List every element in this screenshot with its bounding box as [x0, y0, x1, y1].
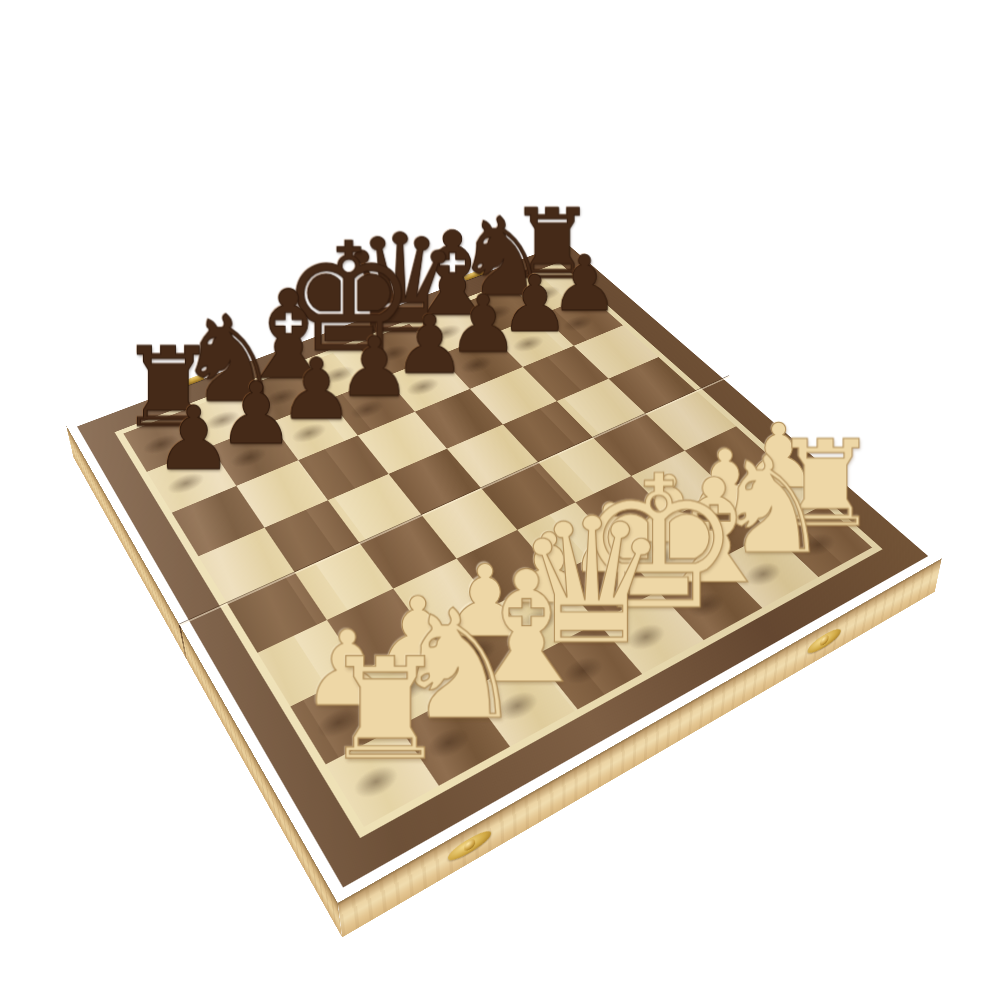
latch-knob-icon	[464, 837, 475, 852]
white-rook-icon: ♜	[299, 640, 471, 780]
product-photo-scene: ♜♞♝♚♛♝♞♜♟♟♟♟♟♟♟♟♟♟♟♟♟♟♟♟♜♞♝♛♚♝♞♜	[0, 0, 1000, 1000]
latch-knob-icon	[819, 634, 829, 648]
chess-board: ♜♞♝♚♛♝♞♜♟♟♟♟♟♟♟♟♟♟♟♟♟♟♟♟♜♞♝♛♚♝♞♜	[66, 237, 942, 903]
